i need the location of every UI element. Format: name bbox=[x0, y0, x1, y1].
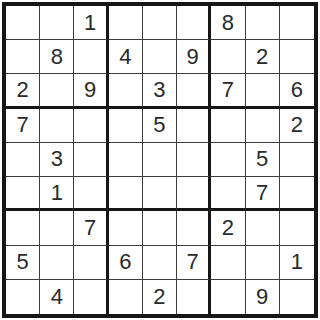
cell-r1c8-empty[interactable] bbox=[246, 6, 280, 40]
cell-r7c7-given: 2 bbox=[211, 211, 245, 245]
cell-r1c4-empty[interactable] bbox=[109, 6, 143, 40]
cell-r4c5-given: 5 bbox=[143, 109, 177, 143]
sudoku-page: 188492293767523517725671429 bbox=[0, 0, 320, 320]
cell-r7c3-given: 7 bbox=[74, 211, 108, 245]
cell-r8c3-empty[interactable] bbox=[74, 246, 108, 280]
cell-r4c9-given: 2 bbox=[280, 109, 314, 143]
cell-r6c1-empty[interactable] bbox=[6, 177, 40, 211]
cell-r9c5-given: 2 bbox=[143, 280, 177, 314]
cell-r2c9-empty[interactable] bbox=[280, 40, 314, 74]
cell-r9c4-empty[interactable] bbox=[109, 280, 143, 314]
cell-r5c1-empty[interactable] bbox=[6, 143, 40, 177]
cell-r6c3-empty[interactable] bbox=[74, 177, 108, 211]
cell-r3c8-empty[interactable] bbox=[246, 74, 280, 108]
cell-r1c9-empty[interactable] bbox=[280, 6, 314, 40]
cell-r2c2-given: 8 bbox=[40, 40, 74, 74]
cell-r2c6-given: 9 bbox=[177, 40, 211, 74]
cell-r9c9-empty[interactable] bbox=[280, 280, 314, 314]
cell-r7c5-empty[interactable] bbox=[143, 211, 177, 245]
cell-r5c5-empty[interactable] bbox=[143, 143, 177, 177]
cell-r7c6-empty[interactable] bbox=[177, 211, 211, 245]
cell-r5c6-empty[interactable] bbox=[177, 143, 211, 177]
cell-r6c5-empty[interactable] bbox=[143, 177, 177, 211]
cell-r4c3-empty[interactable] bbox=[74, 109, 108, 143]
cell-r8c7-empty[interactable] bbox=[211, 246, 245, 280]
cell-r4c2-empty[interactable] bbox=[40, 109, 74, 143]
cell-r9c6-empty[interactable] bbox=[177, 280, 211, 314]
cell-r2c4-given: 4 bbox=[109, 40, 143, 74]
cell-r7c4-empty[interactable] bbox=[109, 211, 143, 245]
cell-r3c1-given: 2 bbox=[6, 74, 40, 108]
cell-r9c7-empty[interactable] bbox=[211, 280, 245, 314]
cell-r2c5-empty[interactable] bbox=[143, 40, 177, 74]
cell-r9c3-empty[interactable] bbox=[74, 280, 108, 314]
cell-r2c3-empty[interactable] bbox=[74, 40, 108, 74]
cell-r4c8-empty[interactable] bbox=[246, 109, 280, 143]
cell-r1c1-empty[interactable] bbox=[6, 6, 40, 40]
cell-r8c4-given: 6 bbox=[109, 246, 143, 280]
cell-r1c7-given: 8 bbox=[211, 6, 245, 40]
cell-r8c8-empty[interactable] bbox=[246, 246, 280, 280]
cell-r8c6-given: 7 bbox=[177, 246, 211, 280]
cell-r6c6-empty[interactable] bbox=[177, 177, 211, 211]
cell-r4c6-empty[interactable] bbox=[177, 109, 211, 143]
cell-r7c8-empty[interactable] bbox=[246, 211, 280, 245]
cell-r9c2-given: 4 bbox=[40, 280, 74, 314]
cell-r6c2-given: 1 bbox=[40, 177, 74, 211]
cell-r3c2-empty[interactable] bbox=[40, 74, 74, 108]
cell-r6c7-empty[interactable] bbox=[211, 177, 245, 211]
cell-r1c6-empty[interactable] bbox=[177, 6, 211, 40]
cell-r7c1-empty[interactable] bbox=[6, 211, 40, 245]
cell-r4c4-empty[interactable] bbox=[109, 109, 143, 143]
cell-r1c2-empty[interactable] bbox=[40, 6, 74, 40]
cell-r3c9-given: 6 bbox=[280, 74, 314, 108]
cell-r5c3-empty[interactable] bbox=[74, 143, 108, 177]
cell-r4c7-empty[interactable] bbox=[211, 109, 245, 143]
cell-r6c8-given: 7 bbox=[246, 177, 280, 211]
cell-r2c7-empty[interactable] bbox=[211, 40, 245, 74]
cell-r7c9-empty[interactable] bbox=[280, 211, 314, 245]
cell-r9c8-given: 9 bbox=[246, 280, 280, 314]
cell-r3c4-empty[interactable] bbox=[109, 74, 143, 108]
cell-r5c4-empty[interactable] bbox=[109, 143, 143, 177]
cell-r6c4-empty[interactable] bbox=[109, 177, 143, 211]
cell-r3c5-given: 3 bbox=[143, 74, 177, 108]
cell-r5c7-empty[interactable] bbox=[211, 143, 245, 177]
cell-r8c5-empty[interactable] bbox=[143, 246, 177, 280]
cell-r5c8-given: 5 bbox=[246, 143, 280, 177]
cell-r3c7-given: 7 bbox=[211, 74, 245, 108]
cell-r8c1-given: 5 bbox=[6, 246, 40, 280]
cell-r2c8-given: 2 bbox=[246, 40, 280, 74]
cell-r9c1-empty[interactable] bbox=[6, 280, 40, 314]
cell-r7c2-empty[interactable] bbox=[40, 211, 74, 245]
cell-r3c6-empty[interactable] bbox=[177, 74, 211, 108]
cell-r6c9-empty[interactable] bbox=[280, 177, 314, 211]
cell-r4c1-given: 7 bbox=[6, 109, 40, 143]
cell-r8c9-given: 1 bbox=[280, 246, 314, 280]
cell-r1c5-empty[interactable] bbox=[143, 6, 177, 40]
cell-r5c2-given: 3 bbox=[40, 143, 74, 177]
cell-r1c3-given: 1 bbox=[74, 6, 108, 40]
sudoku-board: 188492293767523517725671429 bbox=[2, 2, 318, 318]
cell-r5c9-empty[interactable] bbox=[280, 143, 314, 177]
cell-r3c3-given: 9 bbox=[74, 74, 108, 108]
cell-r2c1-empty[interactable] bbox=[6, 40, 40, 74]
cell-r8c2-empty[interactable] bbox=[40, 246, 74, 280]
